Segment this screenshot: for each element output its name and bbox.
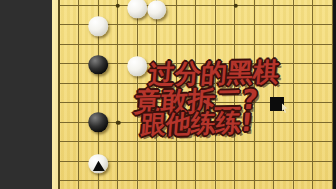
grid-horizontal-line: [59, 44, 333, 45]
letterbox-left: [0, 0, 52, 189]
star-point: [115, 3, 120, 8]
black-stone-preview-square[interactable]: [270, 97, 284, 111]
caption-line-1: 过分的黑棋: [148, 59, 280, 88]
video-frame: 过分的黑棋 竟敢拆二? 跟他练练!: [0, 0, 336, 189]
star-point: [233, 3, 238, 8]
grid-horizontal-line: [59, 141, 333, 142]
grid-horizontal-line: [59, 180, 333, 181]
go-stone-white-C8: [88, 154, 108, 174]
board-left-border-line: [58, 0, 60, 189]
caption-line-3: 跟他练练!: [140, 110, 254, 137]
go-stone-white-F16: [147, 0, 167, 19]
go-stone-black-C13: [88, 55, 108, 75]
go-stone-white-C15: [88, 16, 108, 36]
go-stone-white-E16: [127, 0, 147, 18]
grid-horizontal-line: [59, 5, 333, 6]
go-stone-black-C10: [88, 112, 108, 132]
last-move-triangle-marker: [88, 154, 108, 174]
go-stone-white-E13: [127, 56, 147, 76]
star-point: [116, 120, 121, 125]
